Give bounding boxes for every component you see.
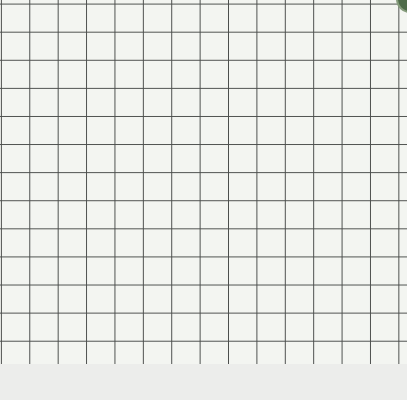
grid-paper[interactable]: [0, 0, 407, 370]
progress-dot-icon: [396, 0, 407, 13]
number-keypad: [0, 364, 407, 400]
long-division-screen: [0, 0, 407, 400]
